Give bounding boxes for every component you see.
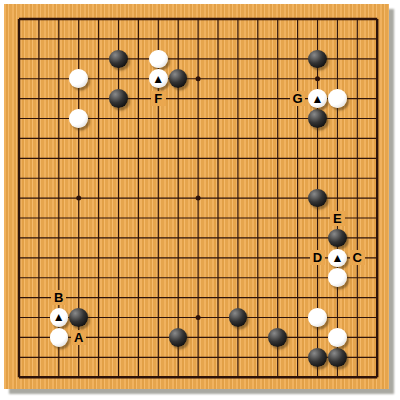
white-stone: ▲ <box>149 69 168 88</box>
black-stone <box>308 348 327 367</box>
black-stone <box>308 109 327 128</box>
point-label-F[interactable]: F <box>151 91 166 106</box>
white-stone <box>328 89 347 108</box>
triangle-mark-icon: ▲ <box>53 311 65 323</box>
white-stone: ▲ <box>328 249 347 268</box>
black-stone <box>229 308 248 327</box>
black-stone <box>109 50 128 69</box>
point-label-E[interactable]: E <box>330 211 345 226</box>
triangle-mark-icon: ▲ <box>331 251 343 263</box>
white-stone <box>69 69 88 88</box>
star-point <box>196 315 201 320</box>
point-label-D[interactable]: D <box>310 250 325 265</box>
black-stone <box>268 328 287 347</box>
black-stone <box>328 229 347 248</box>
white-stone <box>50 328 69 347</box>
star-point <box>196 76 201 81</box>
triangle-mark-icon: ▲ <box>312 92 324 104</box>
black-stone <box>328 348 347 367</box>
white-stone <box>69 109 88 128</box>
white-stone <box>328 268 347 287</box>
point-label-B[interactable]: B <box>51 290 66 305</box>
white-stone <box>149 50 168 69</box>
go-board[interactable]: ABCDEFG▲▲▲▲ <box>4 4 389 389</box>
white-stone: ▲ <box>50 308 69 327</box>
black-stone <box>308 50 327 69</box>
star-point <box>196 196 201 201</box>
triangle-mark-icon: ▲ <box>152 72 164 84</box>
black-stone <box>69 308 88 327</box>
black-stone <box>109 89 128 108</box>
point-label-C[interactable]: C <box>350 250 365 265</box>
black-stone <box>169 328 188 347</box>
star-point <box>315 76 320 81</box>
white-stone <box>328 328 347 347</box>
white-stone: ▲ <box>308 89 327 108</box>
star-point <box>76 196 81 201</box>
point-label-A[interactable]: A <box>71 330 86 345</box>
point-label-G[interactable]: G <box>290 91 305 106</box>
black-stone <box>308 189 327 208</box>
page: ABCDEFG▲▲▲▲ <box>0 0 400 400</box>
white-stone <box>308 308 327 327</box>
